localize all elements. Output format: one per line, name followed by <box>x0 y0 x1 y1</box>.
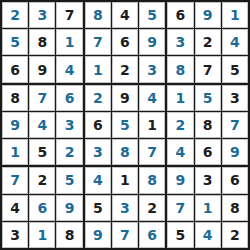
cell-r9c3[interactable]: 8 <box>56 222 82 248</box>
cell-r3c2[interactable]: 9 <box>29 56 55 82</box>
cell-r4c4[interactable]: 2 <box>85 85 111 111</box>
cell-r7c3[interactable]: 5 <box>56 167 82 193</box>
cell-r6c3[interactable]: 2 <box>56 139 82 165</box>
cell-r3c1[interactable]: 6 <box>2 56 28 82</box>
cell-r3c7[interactable]: 8 <box>167 56 193 82</box>
cell-r1c3[interactable]: 7 <box>56 2 82 28</box>
cell-r7c2[interactable]: 2 <box>29 167 55 193</box>
cell-r1c1[interactable]: 2 <box>2 2 28 28</box>
box-3-1: 725469318 <box>2 167 83 248</box>
cell-r5c3[interactable]: 3 <box>56 112 82 138</box>
cell-r5c7[interactable]: 2 <box>167 112 193 138</box>
cell-r5c4[interactable]: 6 <box>85 112 111 138</box>
cell-r7c8[interactable]: 3 <box>195 167 221 193</box>
cell-r7c5[interactable]: 1 <box>112 167 138 193</box>
cell-r6c2[interactable]: 5 <box>29 139 55 165</box>
cell-r6c5[interactable]: 8 <box>112 139 138 165</box>
cell-r4c7[interactable]: 1 <box>167 85 193 111</box>
cell-r3c5[interactable]: 2 <box>112 56 138 82</box>
cell-r1c9[interactable]: 1 <box>222 2 248 28</box>
cell-r2c9[interactable]: 4 <box>222 29 248 55</box>
cell-r4c2[interactable]: 7 <box>29 85 55 111</box>
cell-r2c3[interactable]: 1 <box>56 29 82 55</box>
box-1-3: 691324875 <box>167 2 248 83</box>
cell-r7c7[interactable]: 9 <box>167 167 193 193</box>
cell-r2c5[interactable]: 6 <box>112 29 138 55</box>
cell-r9c2[interactable]: 1 <box>29 222 55 248</box>
cell-r5c8[interactable]: 8 <box>195 112 221 138</box>
cell-r5c5[interactable]: 5 <box>112 112 138 138</box>
cell-r2c2[interactable]: 8 <box>29 29 55 55</box>
cell-r8c9[interactable]: 8 <box>222 195 248 221</box>
cell-r9c1[interactable]: 3 <box>2 222 28 248</box>
cell-r7c1[interactable]: 7 <box>2 167 28 193</box>
box-1-2: 845769123 <box>85 2 166 83</box>
cell-r6c6[interactable]: 7 <box>139 139 165 165</box>
cell-r2c8[interactable]: 2 <box>195 29 221 55</box>
cell-r2c4[interactable]: 7 <box>85 29 111 55</box>
cell-r5c1[interactable]: 9 <box>2 112 28 138</box>
cell-r4c8[interactable]: 5 <box>195 85 221 111</box>
cell-r4c6[interactable]: 4 <box>139 85 165 111</box>
cell-r2c6[interactable]: 9 <box>139 29 165 55</box>
cell-r4c5[interactable]: 9 <box>112 85 138 111</box>
cell-r6c4[interactable]: 3 <box>85 139 111 165</box>
cell-r1c7[interactable]: 6 <box>167 2 193 28</box>
cell-r8c3[interactable]: 9 <box>56 195 82 221</box>
box-1-1: 237581694 <box>2 2 83 83</box>
cell-r5c2[interactable]: 4 <box>29 112 55 138</box>
cell-r8c2[interactable]: 6 <box>29 195 55 221</box>
cell-r4c9[interactable]: 3 <box>222 85 248 111</box>
cell-r3c4[interactable]: 1 <box>85 56 111 82</box>
cell-r2c7[interactable]: 3 <box>167 29 193 55</box>
box-3-2: 418532976 <box>85 167 166 248</box>
cell-r7c6[interactable]: 8 <box>139 167 165 193</box>
cell-r3c8[interactable]: 7 <box>195 56 221 82</box>
cell-r1c8[interactable]: 9 <box>195 2 221 28</box>
cell-r9c8[interactable]: 4 <box>195 222 221 248</box>
cell-r8c1[interactable]: 4 <box>2 195 28 221</box>
cell-r1c6[interactable]: 5 <box>139 2 165 28</box>
cell-r6c8[interactable]: 6 <box>195 139 221 165</box>
box-2-3: 153287469 <box>167 85 248 166</box>
cell-r7c9[interactable]: 6 <box>222 167 248 193</box>
cell-r3c6[interactable]: 3 <box>139 56 165 82</box>
cell-r1c5[interactable]: 4 <box>112 2 138 28</box>
cell-r7c4[interactable]: 4 <box>85 167 111 193</box>
cell-r3c3[interactable]: 4 <box>56 56 82 82</box>
cell-r1c2[interactable]: 3 <box>29 2 55 28</box>
cell-r9c7[interactable]: 5 <box>167 222 193 248</box>
cell-r2c1[interactable]: 5 <box>2 29 28 55</box>
cell-r6c1[interactable]: 1 <box>2 139 28 165</box>
cell-r8c6[interactable]: 2 <box>139 195 165 221</box>
cell-r9c9[interactable]: 2 <box>222 222 248 248</box>
cell-r1c4[interactable]: 8 <box>85 2 111 28</box>
cell-r6c9[interactable]: 9 <box>222 139 248 165</box>
cell-r8c5[interactable]: 3 <box>112 195 138 221</box>
box-3-3: 936718542 <box>167 167 248 248</box>
box-2-2: 294651387 <box>85 85 166 166</box>
cell-r9c5[interactable]: 7 <box>112 222 138 248</box>
cell-r9c4[interactable]: 9 <box>85 222 111 248</box>
cell-r9c6[interactable]: 6 <box>139 222 165 248</box>
box-2-1: 876943152 <box>2 85 83 166</box>
cell-r8c8[interactable]: 1 <box>195 195 221 221</box>
cell-r4c1[interactable]: 8 <box>2 85 28 111</box>
cell-r4c3[interactable]: 6 <box>56 85 82 111</box>
cell-r8c7[interactable]: 7 <box>167 195 193 221</box>
cell-r3c9[interactable]: 5 <box>222 56 248 82</box>
sudoku-board: 2375816948457691236913248758769431522946… <box>0 0 250 250</box>
cell-r5c6[interactable]: 1 <box>139 112 165 138</box>
cell-r6c7[interactable]: 4 <box>167 139 193 165</box>
cell-r5c9[interactable]: 7 <box>222 112 248 138</box>
cell-r8c4[interactable]: 5 <box>85 195 111 221</box>
